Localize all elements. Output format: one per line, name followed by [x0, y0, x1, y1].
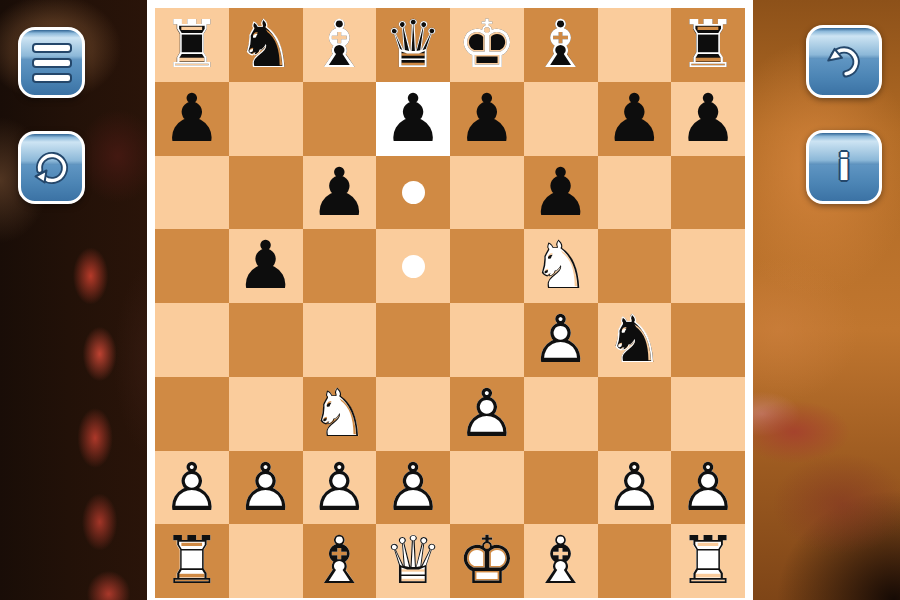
piece-outline-glyph: ♗: [303, 524, 377, 597]
square-g8[interactable]: [598, 8, 672, 82]
square-f6[interactable]: ♟: [524, 156, 598, 230]
square-c1[interactable]: ♝♗: [303, 524, 377, 598]
piece-fill-glyph: ♟: [598, 82, 672, 155]
square-d1[interactable]: ♛♕: [376, 524, 450, 598]
square-b3[interactable]: [229, 377, 303, 451]
square-b5[interactable]: ♟: [229, 229, 303, 303]
menu-button[interactable]: [18, 27, 85, 98]
piece-outline-glyph: ♔: [450, 524, 524, 597]
square-g5[interactable]: [598, 229, 672, 303]
piece-outline-glyph: ♙: [376, 451, 450, 524]
black-rook[interactable]: ♜♖: [155, 8, 229, 82]
square-e3[interactable]: ♟♙: [450, 377, 524, 451]
white-pawn[interactable]: ♟♙: [229, 451, 303, 525]
piece-fill-glyph: ♟: [303, 156, 377, 229]
piece-fill-glyph: ♟: [155, 82, 229, 155]
square-e2[interactable]: [450, 451, 524, 525]
square-g2[interactable]: ♟♙: [598, 451, 672, 525]
square-h2[interactable]: ♟♙: [671, 451, 745, 525]
piece-outline-glyph: ♘: [524, 229, 598, 302]
white-king[interactable]: ♚♔: [450, 524, 524, 598]
square-d2[interactable]: ♟♙: [376, 451, 450, 525]
white-pawn[interactable]: ♟♙: [303, 451, 377, 525]
black-knight[interactable]: ♞♘: [598, 303, 672, 377]
piece-fill-glyph: ♟: [671, 82, 745, 155]
square-g7[interactable]: ♟: [598, 82, 672, 156]
white-pawn[interactable]: ♟♙: [376, 451, 450, 525]
square-h7[interactable]: ♟: [671, 82, 745, 156]
rotate-icon: [30, 146, 74, 190]
white-bishop[interactable]: ♝♗: [524, 524, 598, 598]
black-pawn[interactable]: ♟: [303, 156, 377, 230]
piece-outline-glyph: ♘: [303, 377, 377, 450]
square-a7[interactable]: ♟: [155, 82, 229, 156]
piece-outline-glyph: ♗: [524, 524, 598, 597]
piece-outline-glyph: ♕: [376, 8, 450, 81]
black-pawn[interactable]: ♟: [155, 82, 229, 156]
square-a8[interactable]: ♜♖: [155, 8, 229, 82]
piece-outline-glyph: ♖: [671, 8, 745, 81]
piece-outline-glyph: ♗: [303, 8, 377, 81]
piece-outline-glyph: ♙: [524, 303, 598, 376]
piece-outline-glyph: ♖: [671, 524, 745, 597]
rotate-board-button[interactable]: [18, 131, 85, 204]
square-c6[interactable]: ♟: [303, 156, 377, 230]
square-d6[interactable]: [376, 156, 450, 230]
black-king[interactable]: ♚♔: [450, 8, 524, 82]
square-d3[interactable]: [376, 377, 450, 451]
move-hint-dot[interactable]: [402, 181, 425, 204]
black-pawn[interactable]: ♟: [598, 82, 672, 156]
square-a2[interactable]: ♟♙: [155, 451, 229, 525]
square-c8[interactable]: ♝♗: [303, 8, 377, 82]
square-e6[interactable]: [450, 156, 524, 230]
black-knight[interactable]: ♞♘: [229, 8, 303, 82]
black-bishop[interactable]: ♝♗: [524, 8, 598, 82]
square-c5[interactable]: [303, 229, 377, 303]
black-pawn[interactable]: ♟: [376, 82, 450, 156]
square-f2[interactable]: [524, 451, 598, 525]
square-g1[interactable]: [598, 524, 672, 598]
square-h3[interactable]: [671, 377, 745, 451]
square-g3[interactable]: [598, 377, 672, 451]
white-pawn[interactable]: ♟♙: [598, 451, 672, 525]
square-d5[interactable]: [376, 229, 450, 303]
square-b8[interactable]: ♞♘: [229, 8, 303, 82]
square-e1[interactable]: ♚♔: [450, 524, 524, 598]
undo-move-button[interactable]: [806, 25, 882, 98]
piece-outline-glyph: ♙: [155, 451, 229, 524]
white-pawn[interactable]: ♟♙: [450, 377, 524, 451]
square-h4[interactable]: [671, 303, 745, 377]
square-c2[interactable]: ♟♙: [303, 451, 377, 525]
white-knight[interactable]: ♞♘: [524, 229, 598, 303]
square-f7[interactable]: [524, 82, 598, 156]
piece-outline-glyph: ♙: [598, 451, 672, 524]
white-knight[interactable]: ♞♘: [303, 377, 377, 451]
chess-board[interactable]: ♜♖♞♘♝♗♛♕♚♔♝♗♜♖♟♟♟♟♟♟♟♟♞♘♟♙♞♘♞♘♟♙♟♙♟♙♟♙♟♙…: [155, 8, 745, 598]
chess-board-frame: ♜♖♞♘♝♗♛♕♚♔♝♗♜♖♟♟♟♟♟♟♟♟♞♘♟♙♞♘♞♘♟♙♟♙♟♙♟♙♟♙…: [147, 0, 753, 600]
square-a3[interactable]: [155, 377, 229, 451]
square-f1[interactable]: ♝♗: [524, 524, 598, 598]
square-b4[interactable]: [229, 303, 303, 377]
square-f5[interactable]: ♞♘: [524, 229, 598, 303]
black-queen[interactable]: ♛♕: [376, 8, 450, 82]
square-e8[interactable]: ♚♔: [450, 8, 524, 82]
piece-outline-glyph: ♙: [303, 451, 377, 524]
square-a1[interactable]: ♜♖: [155, 524, 229, 598]
piece-outline-glyph: ♘: [598, 303, 672, 376]
black-pawn[interactable]: ♟: [229, 229, 303, 303]
undo-arrow-icon: [821, 39, 867, 85]
piece-outline-glyph: ♙: [671, 451, 745, 524]
square-f3[interactable]: [524, 377, 598, 451]
piece-fill-glyph: ♟: [524, 156, 598, 229]
square-b1[interactable]: [229, 524, 303, 598]
square-c3[interactable]: ♞♘: [303, 377, 377, 451]
piece-fill-glyph: ♟: [450, 82, 524, 155]
square-c7[interactable]: [303, 82, 377, 156]
square-a6[interactable]: [155, 156, 229, 230]
square-d4[interactable]: [376, 303, 450, 377]
move-hint-dot[interactable]: [402, 255, 425, 278]
square-g6[interactable]: [598, 156, 672, 230]
square-d7[interactable]: ♟: [376, 82, 450, 156]
square-e7[interactable]: ♟: [450, 82, 524, 156]
info-icon: i: [837, 148, 850, 186]
piece-outline-glyph: ♗: [524, 8, 598, 81]
black-bishop[interactable]: ♝♗: [303, 8, 377, 82]
square-f8[interactable]: ♝♗: [524, 8, 598, 82]
piece-outline-glyph: ♕: [376, 524, 450, 597]
square-b7[interactable]: [229, 82, 303, 156]
piece-outline-glyph: ♙: [229, 451, 303, 524]
square-h1[interactable]: ♜♖: [671, 524, 745, 598]
black-rook[interactable]: ♜♖: [671, 8, 745, 82]
white-pawn[interactable]: ♟♙: [524, 303, 598, 377]
square-e5[interactable]: [450, 229, 524, 303]
piece-outline-glyph: ♖: [155, 524, 229, 597]
square-g4[interactable]: ♞♘: [598, 303, 672, 377]
piece-outline-glyph: ♖: [155, 8, 229, 81]
square-b2[interactable]: ♟♙: [229, 451, 303, 525]
square-a4[interactable]: [155, 303, 229, 377]
white-pawn[interactable]: ♟♙: [671, 451, 745, 525]
square-b6[interactable]: [229, 156, 303, 230]
square-h8[interactable]: ♜♖: [671, 8, 745, 82]
white-rook[interactable]: ♜♖: [671, 524, 745, 598]
square-c4[interactable]: [303, 303, 377, 377]
piece-outline-glyph: ♙: [450, 377, 524, 450]
info-button[interactable]: i: [806, 130, 882, 204]
square-d8[interactable]: ♛♕: [376, 8, 450, 82]
square-h5[interactable]: [671, 229, 745, 303]
piece-fill-glyph: ♟: [376, 82, 450, 155]
square-e4[interactable]: [450, 303, 524, 377]
black-pawn[interactable]: ♟: [450, 82, 524, 156]
black-pawn[interactable]: ♟: [671, 82, 745, 156]
piece-outline-glyph: ♘: [229, 8, 303, 81]
square-h6[interactable]: [671, 156, 745, 230]
white-rook[interactable]: ♜♖: [155, 524, 229, 598]
white-queen[interactable]: ♛♕: [376, 524, 450, 598]
hamburger-icon: [32, 43, 72, 83]
square-f4[interactable]: ♟♙: [524, 303, 598, 377]
piece-fill-glyph: ♟: [229, 229, 303, 302]
white-pawn[interactable]: ♟♙: [155, 451, 229, 525]
black-pawn[interactable]: ♟: [524, 156, 598, 230]
piece-outline-glyph: ♔: [450, 8, 524, 81]
square-a5[interactable]: [155, 229, 229, 303]
white-bishop[interactable]: ♝♗: [303, 524, 377, 598]
